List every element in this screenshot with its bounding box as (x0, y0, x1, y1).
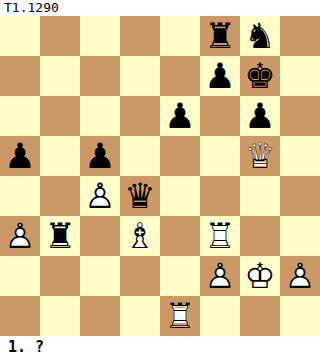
square-b3[interactable]: ♜ (40, 216, 80, 256)
white-queen[interactable]: ♛♕ (244, 139, 275, 174)
square-d6[interactable] (120, 96, 160, 136)
black-rook[interactable]: ♜ (204, 19, 235, 54)
white-king-outline-glyph: ♔ (244, 259, 275, 294)
square-h4[interactable] (280, 176, 320, 216)
white-pawn-outline-glyph: ♙ (84, 179, 115, 214)
move-prompt: 1. ? (0, 336, 320, 360)
square-c7[interactable] (80, 56, 120, 96)
white-bishop[interactable]: ♝♗ (124, 219, 155, 254)
square-e8[interactable] (160, 16, 200, 56)
square-d5[interactable] (120, 136, 160, 176)
square-e3[interactable] (160, 216, 200, 256)
white-king[interactable]: ♚♔ (244, 259, 275, 294)
square-d3[interactable]: ♝♗ (120, 216, 160, 256)
square-g3[interactable] (240, 216, 280, 256)
square-f6[interactable] (200, 96, 240, 136)
square-g1[interactable] (240, 296, 280, 336)
square-a6[interactable] (0, 96, 40, 136)
square-b7[interactable] (40, 56, 80, 96)
square-c8[interactable] (80, 16, 120, 56)
black-pawn[interactable]: ♟ (84, 139, 115, 174)
black-pawn[interactable]: ♟ (244, 99, 275, 134)
square-c6[interactable] (80, 96, 120, 136)
black-rook[interactable]: ♜ (44, 219, 75, 254)
square-b6[interactable] (40, 96, 80, 136)
square-h8[interactable] (280, 16, 320, 56)
square-f3[interactable]: ♜♖ (200, 216, 240, 256)
white-rook[interactable]: ♜♖ (204, 219, 235, 254)
square-d2[interactable] (120, 256, 160, 296)
square-a2[interactable] (0, 256, 40, 296)
square-h7[interactable] (280, 56, 320, 96)
black-queen[interactable]: ♛ (124, 179, 155, 214)
white-rook-outline-glyph: ♖ (204, 219, 235, 254)
square-d7[interactable] (120, 56, 160, 96)
square-b8[interactable] (40, 16, 80, 56)
square-g7[interactable]: ♚ (240, 56, 280, 96)
square-e4[interactable] (160, 176, 200, 216)
square-a7[interactable] (0, 56, 40, 96)
square-g6[interactable]: ♟ (240, 96, 280, 136)
black-pawn[interactable]: ♟ (4, 139, 35, 174)
white-pawn-outline-glyph: ♙ (284, 259, 315, 294)
white-bishop-outline-glyph: ♗ (124, 219, 155, 254)
puzzle-title: T1.1290 (0, 0, 320, 16)
square-f7[interactable]: ♟ (200, 56, 240, 96)
white-pawn[interactable]: ♟♙ (204, 259, 235, 294)
square-g2[interactable]: ♚♔ (240, 256, 280, 296)
white-pawn[interactable]: ♟♙ (84, 179, 115, 214)
square-f2[interactable]: ♟♙ (200, 256, 240, 296)
white-pawn[interactable]: ♟♙ (4, 219, 35, 254)
black-pawn[interactable]: ♟ (204, 59, 235, 94)
white-rook-outline-glyph: ♖ (164, 299, 195, 334)
square-g5[interactable]: ♛♕ (240, 136, 280, 176)
white-rook[interactable]: ♜♖ (164, 299, 195, 334)
square-a3[interactable]: ♟♙ (0, 216, 40, 256)
square-g4[interactable] (240, 176, 280, 216)
square-f5[interactable] (200, 136, 240, 176)
square-f8[interactable]: ♜ (200, 16, 240, 56)
square-e2[interactable] (160, 256, 200, 296)
square-e7[interactable] (160, 56, 200, 96)
square-a8[interactable] (0, 16, 40, 56)
square-d8[interactable] (120, 16, 160, 56)
square-g8[interactable]: ♞ (240, 16, 280, 56)
square-b4[interactable] (40, 176, 80, 216)
square-d4[interactable]: ♛ (120, 176, 160, 216)
square-e1[interactable]: ♜♖ (160, 296, 200, 336)
square-c5[interactable]: ♟ (80, 136, 120, 176)
square-b5[interactable] (40, 136, 80, 176)
square-h3[interactable] (280, 216, 320, 256)
chess-puzzle-page: T1.1290 ♜♞♟♚♟♟♟♟♛♕♟♙♛♟♙♜♝♗♜♖♟♙♚♔♟♙♜♖ 1. … (0, 0, 320, 360)
chess-board: ♜♞♟♚♟♟♟♟♛♕♟♙♛♟♙♜♝♗♜♖♟♙♚♔♟♙♜♖ (0, 16, 320, 336)
square-b1[interactable] (40, 296, 80, 336)
white-pawn-outline-glyph: ♙ (204, 259, 235, 294)
square-a1[interactable] (0, 296, 40, 336)
black-pawn[interactable]: ♟ (164, 99, 195, 134)
square-c4[interactable]: ♟♙ (80, 176, 120, 216)
square-c1[interactable] (80, 296, 120, 336)
square-a4[interactable] (0, 176, 40, 216)
square-d1[interactable] (120, 296, 160, 336)
square-c2[interactable] (80, 256, 120, 296)
black-knight[interactable]: ♞ (244, 19, 275, 54)
square-f1[interactable] (200, 296, 240, 336)
square-h6[interactable] (280, 96, 320, 136)
square-e6[interactable]: ♟ (160, 96, 200, 136)
square-h5[interactable] (280, 136, 320, 176)
square-f4[interactable] (200, 176, 240, 216)
white-queen-outline-glyph: ♕ (244, 139, 275, 174)
square-h1[interactable] (280, 296, 320, 336)
square-c3[interactable] (80, 216, 120, 256)
square-a5[interactable]: ♟ (0, 136, 40, 176)
white-pawn-outline-glyph: ♙ (4, 219, 35, 254)
white-pawn[interactable]: ♟♙ (284, 259, 315, 294)
square-h2[interactable]: ♟♙ (280, 256, 320, 296)
black-king[interactable]: ♚ (244, 59, 275, 94)
square-b2[interactable] (40, 256, 80, 296)
square-e5[interactable] (160, 136, 200, 176)
